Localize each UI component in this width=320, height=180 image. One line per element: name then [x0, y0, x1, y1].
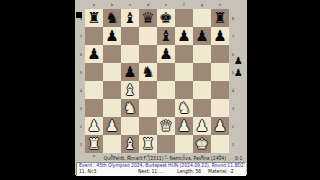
piece-white-pawn[interactable]: ♟ [195, 117, 208, 135]
piece-white-queen[interactable]: ♛ [159, 117, 172, 135]
piece-white-rook[interactable]: ♜ [141, 135, 154, 153]
square-e3[interactable] [157, 99, 175, 117]
square-b8[interactable]: ♞ [103, 9, 121, 27]
square-h7[interactable]: ♟ [211, 27, 229, 45]
square-f8[interactable] [175, 9, 193, 27]
rank-label-4: 4 [78, 81, 84, 99]
square-h2[interactable]: ♟ [211, 117, 229, 135]
letterbox-left [0, 0, 75, 180]
square-a6[interactable]: ♟ [85, 45, 103, 63]
square-d8[interactable]: ♛ [139, 9, 157, 27]
piece-black-king[interactable]: ♚ [159, 9, 172, 27]
square-f3[interactable]: ♞ [175, 99, 193, 117]
square-f5[interactable] [175, 63, 193, 81]
piece-white-pawn[interactable]: ♟ [105, 117, 118, 135]
material-balance: Material: -2 [208, 169, 234, 174]
square-e7[interactable]: ♝ [157, 27, 175, 45]
game-length: Length: 56 [177, 169, 201, 174]
rank-labels-right: 87654321 [230, 9, 236, 153]
square-f4[interactable] [175, 81, 193, 99]
players-line: Quillfeldt, Ronald F. (2311) -- Nemcova,… [99, 156, 247, 161]
piece-white-bishop[interactable]: ♝ [123, 135, 136, 153]
game-info-panel: Event : 45th Olympiad 2024, Budapest HUN… [76, 162, 246, 176]
square-h3[interactable] [211, 99, 229, 117]
square-b4[interactable] [103, 81, 121, 99]
square-a4[interactable] [85, 81, 103, 99]
rank-label-4: 4 [230, 81, 236, 99]
square-h8[interactable]: ♜ [211, 9, 229, 27]
square-b7[interactable]: ♟ [103, 27, 121, 45]
piece-black-queen[interactable]: ♛ [141, 9, 154, 27]
square-c4[interactable]: ♝ [121, 81, 139, 99]
piece-white-knight[interactable]: ♞ [177, 99, 190, 117]
piece-black-knight[interactable]: ♞ [141, 63, 154, 81]
square-g3[interactable] [193, 99, 211, 117]
chess-app-window: abcdefgh 87654321 ♜♞♝♛♚♜♟♝♟♟♟♟♟♟♞♝♞♞♟♟♛♟… [75, 0, 247, 175]
square-d5[interactable]: ♞ [139, 63, 157, 81]
piece-black-pawn[interactable]: ♟ [123, 63, 136, 81]
chess-board: ♜♞♝♛♚♜♟♝♟♟♟♟♟♟♞♝♞♞♟♟♛♟♟♟♜♝♜♚ [85, 9, 229, 153]
square-h5[interactable] [211, 63, 229, 81]
square-a1[interactable]: ♜ [85, 135, 103, 153]
file-label-d: d [139, 2, 157, 7]
piece-black-pawn[interactable]: ♟ [177, 27, 190, 45]
file-labels-top: abcdefgh [85, 2, 229, 7]
piece-black-pawn[interactable]: ♟ [195, 27, 208, 45]
file-label-a: a [85, 2, 103, 7]
square-d4[interactable] [139, 81, 157, 99]
square-d2[interactable] [139, 117, 157, 135]
rank-label-3: 3 [230, 99, 236, 117]
square-e5[interactable] [157, 63, 175, 81]
captured-black-pawn-icon: ♟ [234, 67, 243, 78]
square-h4[interactable] [211, 81, 229, 99]
square-g4[interactable] [193, 81, 211, 99]
rank-label-1: 1 [78, 135, 84, 153]
square-a2[interactable]: ♟ [85, 117, 103, 135]
square-b2[interactable]: ♟ [103, 117, 121, 135]
file-label-g: g [193, 2, 211, 7]
piece-black-pawn[interactable]: ♟ [87, 45, 100, 63]
file-label-e: e [157, 2, 175, 7]
square-b1[interactable] [103, 135, 121, 153]
game-result: 0-1 [235, 156, 242, 161]
piece-black-bishop[interactable]: ♝ [159, 27, 172, 45]
square-d7[interactable] [139, 27, 157, 45]
black-to-move-indicator [76, 12, 82, 18]
last-move: 11. Nc3 [79, 169, 96, 174]
square-a8[interactable]: ♜ [85, 9, 103, 27]
piece-black-pawn[interactable]: ♟ [213, 27, 226, 45]
rank-label-2: 2 [230, 117, 236, 135]
piece-black-rook[interactable]: ♜ [213, 9, 226, 27]
square-e1[interactable] [157, 135, 175, 153]
square-h6[interactable] [211, 45, 229, 63]
square-f2[interactable]: ♟ [175, 117, 193, 135]
event-text: Event : 45th Olympiad 2024, Budapest HUN… [79, 163, 237, 168]
rank-labels-left: 87654321 [78, 9, 84, 153]
square-e6[interactable]: ♟ [157, 45, 175, 63]
file-label-f: f [175, 2, 193, 7]
square-c7[interactable] [121, 27, 139, 45]
piece-black-rook[interactable]: ♜ [87, 9, 100, 27]
square-d3[interactable] [139, 99, 157, 117]
next-move: Next: 11. ... [138, 169, 164, 174]
piece-white-rook[interactable]: ♜ [87, 135, 100, 153]
square-e4[interactable] [157, 81, 175, 99]
square-g6[interactable] [193, 45, 211, 63]
letterbox-right [247, 0, 320, 180]
square-e2[interactable]: ♛ [157, 117, 175, 135]
rank-label-8: 8 [230, 9, 236, 27]
piece-white-pawn[interactable]: ♟ [177, 117, 190, 135]
rank-label-2: 2 [78, 117, 84, 135]
piece-black-pawn[interactable]: ♟ [105, 27, 118, 45]
square-a7[interactable] [85, 27, 103, 45]
piece-white-bishop[interactable]: ♝ [123, 81, 136, 99]
square-d1[interactable]: ♜ [139, 135, 157, 153]
square-c8[interactable]: ♝ [121, 9, 139, 27]
rank-label-7: 7 [230, 27, 236, 45]
square-g2[interactable]: ♟ [193, 117, 211, 135]
eco-code: D27 [237, 163, 246, 168]
rank-label-3: 3 [78, 99, 84, 117]
square-c6[interactable] [121, 45, 139, 63]
rank-label-1: 1 [230, 135, 236, 153]
file-label-h: h [211, 2, 229, 7]
player-names: Quillfeldt, Ronald F. (2311) -- Nemcova,… [104, 156, 226, 161]
square-c1[interactable]: ♝ [121, 135, 139, 153]
piece-black-bishop[interactable]: ♝ [123, 9, 136, 27]
square-b6[interactable] [103, 45, 121, 63]
event-line: Event : 45th Olympiad 2024, Budapest HUN… [79, 163, 246, 168]
file-label-b: b [103, 2, 121, 7]
square-g7[interactable]: ♟ [193, 27, 211, 45]
captured-pieces-tray: ♟♟ [234, 55, 243, 78]
square-h1[interactable] [211, 135, 229, 153]
square-c3[interactable]: ♞ [121, 99, 139, 117]
square-a5[interactable] [85, 63, 103, 81]
square-g8[interactable] [193, 9, 211, 27]
piece-white-knight[interactable]: ♞ [123, 99, 136, 117]
rank-label-5: 5 [78, 63, 84, 81]
piece-white-pawn[interactable]: ♟ [87, 117, 100, 135]
square-a3[interactable] [85, 99, 103, 117]
square-c2[interactable] [121, 117, 139, 135]
square-f1[interactable] [175, 135, 193, 153]
square-c5[interactable]: ♟ [121, 63, 139, 81]
square-e8[interactable]: ♚ [157, 9, 175, 27]
piece-black-knight[interactable]: ♞ [105, 9, 118, 27]
square-f7[interactable]: ♟ [175, 27, 193, 45]
rank-label-7: 7 [78, 27, 84, 45]
rank-label-6: 6 [78, 45, 84, 63]
piece-white-pawn[interactable]: ♟ [213, 117, 226, 135]
square-d6[interactable] [139, 45, 157, 63]
square-f6[interactable] [175, 45, 193, 63]
square-b3[interactable] [103, 99, 121, 117]
file-label-c: c [121, 2, 139, 7]
piece-white-king[interactable]: ♚ [195, 135, 208, 153]
captured-black-pawn-icon: ♟ [234, 55, 243, 66]
square-g5[interactable] [193, 63, 211, 81]
piece-black-pawn[interactable]: ♟ [159, 45, 172, 63]
square-g1[interactable]: ♚ [193, 135, 211, 153]
square-b5[interactable] [103, 63, 121, 81]
